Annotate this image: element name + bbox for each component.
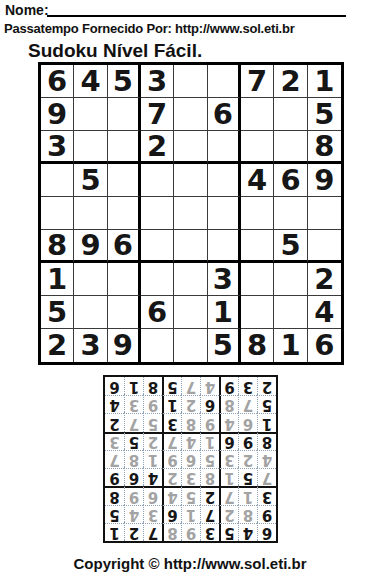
solution-cell-r6c8: 5	[124, 432, 143, 450]
puzzle-cell-r8c4: 6	[141, 296, 174, 329]
puzzle-cell-r3c2[interactable]	[74, 131, 107, 164]
solution-cell-r5c9: 7	[105, 450, 124, 468]
solution-cell-r8c8: 3	[124, 395, 143, 413]
solution-cell-r4c8: 6	[124, 468, 143, 486]
puzzle-cell-r9c6: 5	[208, 329, 241, 362]
puzzle-cell-r7c1: 1	[41, 263, 74, 296]
puzzle-cell-r1c8: 2	[274, 65, 307, 98]
puzzle-cell-r3c4: 2	[141, 131, 174, 164]
solution-cell-r1c9: 1	[105, 523, 124, 541]
puzzle-cell-r9c1: 2	[41, 329, 74, 362]
solution-cell-r3c1: 3	[257, 486, 276, 504]
solution-cell-r1c7: 7	[143, 523, 162, 541]
solution-cell-r7c4: 9	[200, 413, 219, 431]
puzzle-cell-r3c7[interactable]	[241, 131, 274, 164]
puzzle-cell-r6c3: 6	[108, 230, 141, 263]
name-label: Nome:	[5, 2, 49, 18]
solution-cell-r9c6: 5	[162, 377, 181, 395]
puzzle-cell-r2c3[interactable]	[108, 98, 141, 131]
puzzle-cell-r7c3[interactable]	[108, 263, 141, 296]
puzzle-cell-r1c3: 5	[108, 65, 141, 98]
puzzle-cell-r1c6[interactable]	[208, 65, 241, 98]
puzzle-cell-r3c6[interactable]	[208, 131, 241, 164]
solution-cell-r2c4: 7	[200, 505, 219, 523]
solution-cell-r7c2: 6	[238, 413, 257, 431]
solution-cell-r2c3: 2	[219, 505, 238, 523]
puzzle-cell-r4c2: 5	[74, 164, 107, 197]
solution-cell-r4c6: 2	[162, 468, 181, 486]
puzzle-cell-r1c5[interactable]	[174, 65, 207, 98]
solution-cell-r9c5: 7	[181, 377, 200, 395]
solution-cell-r7c8: 7	[124, 413, 143, 431]
puzzle-cell-r6c5[interactable]	[174, 230, 207, 263]
sudoku-puzzle-grid: 645372197653285469896513256142395816	[38, 62, 344, 365]
puzzle-cell-r2c9: 5	[308, 98, 341, 131]
puzzle-cell-r4c3[interactable]	[108, 164, 141, 197]
puzzle-cell-r8c1: 5	[41, 296, 74, 329]
solution-cell-r4c2: 5	[238, 468, 257, 486]
solution-cell-r3c4: 2	[200, 486, 219, 504]
puzzle-cell-r9c2: 3	[74, 329, 107, 362]
puzzle-cell-r2c7[interactable]	[241, 98, 274, 131]
solution-cell-r5c1: 4	[257, 450, 276, 468]
puzzle-cell-r1c1: 6	[41, 65, 74, 98]
solution-cell-r4c9: 9	[105, 468, 124, 486]
puzzle-cell-r5c3[interactable]	[108, 197, 141, 230]
puzzle-cell-r9c7: 8	[241, 329, 274, 362]
puzzle-cell-r9c8: 1	[274, 329, 307, 362]
puzzle-cell-r8c9: 4	[308, 296, 341, 329]
puzzle-cell-r5c1[interactable]	[41, 197, 74, 230]
solution-cell-r5c7: 1	[143, 450, 162, 468]
puzzle-cell-r7c2[interactable]	[74, 263, 107, 296]
sudoku-answer-grid-rotated: 6453987219827163453172546987518324694235…	[103, 375, 278, 543]
solution-cell-r2c8: 4	[124, 505, 143, 523]
solution-cell-r5c3: 3	[219, 450, 238, 468]
solution-cell-r1c1: 6	[257, 523, 276, 541]
name-blank-line[interactable]	[47, 15, 346, 17]
puzzle-cell-r6c6[interactable]	[208, 230, 241, 263]
copyright-text: Copyright © http://www.sol.eti.br	[0, 555, 380, 572]
solution-cell-r7c3: 4	[219, 413, 238, 431]
puzzle-cell-r1c2: 4	[74, 65, 107, 98]
puzzle-cell-r3c3[interactable]	[108, 131, 141, 164]
puzzle-cell-r8c7[interactable]	[241, 296, 274, 329]
solution-cell-r3c6: 4	[162, 486, 181, 504]
puzzle-cell-r8c8[interactable]	[274, 296, 307, 329]
puzzle-cell-r4c9: 9	[308, 164, 341, 197]
puzzle-cell-r4c4[interactable]	[141, 164, 174, 197]
solution-cell-r3c8: 9	[124, 486, 143, 504]
puzzle-cell-r5c4[interactable]	[141, 197, 174, 230]
puzzle-cell-r6c7[interactable]	[241, 230, 274, 263]
solution-cell-r4c7: 4	[143, 468, 162, 486]
puzzle-cell-r5c8[interactable]	[274, 197, 307, 230]
solution-cell-r6c5: 4	[181, 432, 200, 450]
solution-cell-r3c2: 1	[238, 486, 257, 504]
puzzle-cell-r7c5[interactable]	[174, 263, 207, 296]
solution-cell-r9c7: 8	[143, 377, 162, 395]
puzzle-cell-r6c1: 8	[41, 230, 74, 263]
puzzle-cell-r6c4[interactable]	[141, 230, 174, 263]
puzzle-cell-r8c3[interactable]	[108, 296, 141, 329]
solution-cell-r5c5: 6	[181, 450, 200, 468]
puzzle-cell-r3c5[interactable]	[174, 131, 207, 164]
puzzle-cell-r4c8: 6	[274, 164, 307, 197]
puzzle-cell-r4c7: 4	[241, 164, 274, 197]
solution-cell-r3c5: 5	[181, 486, 200, 504]
solution-cell-r1c6: 8	[162, 523, 181, 541]
solution-cell-r9c2: 3	[238, 377, 257, 395]
puzzle-cell-r3c8[interactable]	[274, 131, 307, 164]
solution-cell-r2c1: 9	[257, 505, 276, 523]
solution-cell-r5c4: 5	[200, 450, 219, 468]
solution-cell-r7c5: 8	[181, 413, 200, 431]
solution-cell-r3c7: 6	[143, 486, 162, 504]
puzzle-cell-r2c1: 9	[41, 98, 74, 131]
solution-cell-r8c6: 1	[162, 395, 181, 413]
puzzle-cell-r4c1[interactable]	[41, 164, 74, 197]
puzzle-cell-r2c5[interactable]	[174, 98, 207, 131]
puzzle-cell-r2c2[interactable]	[74, 98, 107, 131]
solution-cell-r4c4: 8	[200, 468, 219, 486]
solution-cell-r7c9: 2	[105, 413, 124, 431]
solution-cell-r6c1: 8	[257, 432, 276, 450]
solution-cell-r1c5: 9	[181, 523, 200, 541]
puzzle-cell-r5c5[interactable]	[174, 197, 207, 230]
puzzle-cell-r5c6[interactable]	[208, 197, 241, 230]
puzzle-cell-r6c8: 5	[274, 230, 307, 263]
solution-cell-r4c3: 1	[219, 468, 238, 486]
solution-cell-r8c9: 4	[105, 395, 124, 413]
solution-cell-r8c1: 5	[257, 395, 276, 413]
solution-cell-r2c7: 3	[143, 505, 162, 523]
puzzle-cell-r8c5[interactable]	[174, 296, 207, 329]
puzzle-cell-r3c9: 8	[308, 131, 341, 164]
solution-cell-r3c3: 7	[219, 486, 238, 504]
solution-cell-r9c9: 6	[105, 377, 124, 395]
solution-cell-r2c5: 1	[181, 505, 200, 523]
puzzle-cell-r7c6: 3	[208, 263, 241, 296]
solution-cell-r8c3: 8	[219, 395, 238, 413]
page-title: Sudoku Nível Fácil.	[28, 40, 202, 62]
solution-cell-r6c9: 3	[105, 432, 124, 450]
solution-cell-r4c1: 7	[257, 468, 276, 486]
solution-cell-r8c5: 2	[181, 395, 200, 413]
puzzle-cell-r2c8[interactable]	[274, 98, 307, 131]
puzzle-cell-r6c9[interactable]	[308, 230, 341, 263]
puzzle-cell-r9c9: 6	[308, 329, 341, 362]
puzzle-cell-r7c9: 2	[308, 263, 341, 296]
puzzle-cell-r1c7: 7	[241, 65, 274, 98]
solution-cell-r1c3: 5	[219, 523, 238, 541]
puzzle-cell-r7c7[interactable]	[241, 263, 274, 296]
solution-cell-r8c7: 9	[143, 395, 162, 413]
provided-by-text: Passatempo Fornecido Por: http://www.sol…	[4, 21, 295, 36]
solution-cell-r9c8: 1	[124, 377, 143, 395]
puzzle-cell-r9c3: 9	[108, 329, 141, 362]
solution-cell-r7c6: 3	[162, 413, 181, 431]
puzzle-cell-r9c4[interactable]	[141, 329, 174, 362]
solution-cell-r7c1: 1	[257, 413, 276, 431]
solution-cell-r9c3: 9	[219, 377, 238, 395]
puzzle-cell-r4c6[interactable]	[208, 164, 241, 197]
puzzle-cell-r5c9[interactable]	[308, 197, 341, 230]
solution-cell-r6c4: 1	[200, 432, 219, 450]
puzzle-cell-r2c6: 6	[208, 98, 241, 131]
puzzle-cell-r6c2: 9	[74, 230, 107, 263]
solution-cell-r1c4: 3	[200, 523, 219, 541]
solution-cell-r8c2: 7	[238, 395, 257, 413]
solution-cell-r6c2: 9	[238, 432, 257, 450]
puzzle-cell-r7c4[interactable]	[141, 263, 174, 296]
solution-cell-r1c8: 2	[124, 523, 143, 541]
solution-cell-r1c2: 4	[238, 523, 257, 541]
puzzle-cell-r3c1: 3	[41, 131, 74, 164]
solution-cell-r2c9: 5	[105, 505, 124, 523]
puzzle-cell-r5c2[interactable]	[74, 197, 107, 230]
solution-cell-r6c7: 2	[143, 432, 162, 450]
puzzle-cell-r9c5[interactable]	[174, 329, 207, 362]
solution-cell-r6c3: 6	[219, 432, 238, 450]
puzzle-cell-r1c9: 1	[308, 65, 341, 98]
puzzle-cell-r5c7[interactable]	[241, 197, 274, 230]
puzzle-cell-r4c5[interactable]	[174, 164, 207, 197]
solution-cell-r6c6: 7	[162, 432, 181, 450]
solution-cell-r5c8: 8	[124, 450, 143, 468]
puzzle-cell-r8c2[interactable]	[74, 296, 107, 329]
solution-cell-r2c2: 8	[238, 505, 257, 523]
solution-cell-r2c6: 6	[162, 505, 181, 523]
solution-cell-r3c9: 8	[105, 486, 124, 504]
solution-cell-r9c4: 4	[200, 377, 219, 395]
solution-cell-r8c4: 6	[200, 395, 219, 413]
solution-cell-r9c1: 2	[257, 377, 276, 395]
puzzle-cell-r7c8[interactable]	[274, 263, 307, 296]
solution-cell-r4c5: 3	[181, 468, 200, 486]
solution-cell-r5c2: 2	[238, 450, 257, 468]
puzzle-cell-r2c4: 7	[141, 98, 174, 131]
puzzle-cell-r8c6: 1	[208, 296, 241, 329]
solution-cell-r7c7: 5	[143, 413, 162, 431]
solution-cell-r5c6: 9	[162, 450, 181, 468]
puzzle-cell-r1c4: 3	[141, 65, 174, 98]
